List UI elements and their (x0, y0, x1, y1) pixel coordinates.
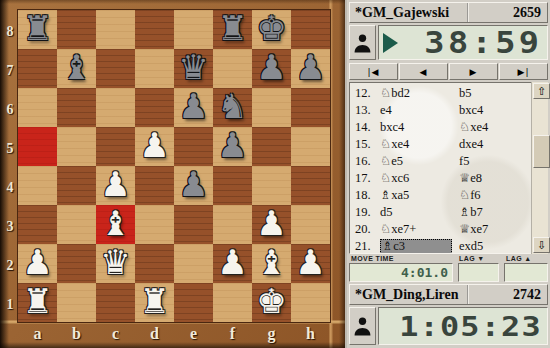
move-white[interactable]: ♘xc6 (380, 170, 459, 187)
move-number: 19. (355, 204, 380, 221)
piece-wp-a2[interactable]: ♟ (18, 242, 57, 281)
square-e8[interactable] (174, 10, 213, 49)
square-a6[interactable] (18, 88, 57, 127)
rank-label-6: 6 (3, 88, 17, 127)
square-h1[interactable] (291, 283, 330, 322)
move-number: 17. (355, 170, 380, 187)
square-c3[interactable]: ♝ (96, 205, 135, 244)
piece-bn-f6[interactable]: ♞ (213, 86, 252, 125)
square-c8[interactable] (96, 10, 135, 49)
chess-app-window: 87654321 abcdefgh ♜♜♚♝♛♟♟♟♞♟♟♟♟♝♟♟♛♟♝♟♜♜… (0, 0, 550, 348)
piece-wb-c3[interactable]: ♝ (96, 203, 135, 242)
move-row-14: 14.bxc4♘xe4 (355, 119, 547, 136)
side-panel: *GM_Gajewski 2659 38:59 |◀ ◀ ▶ ▶| 12.♘bd… (345, 0, 550, 348)
square-c7[interactable] (96, 49, 135, 88)
square-d6[interactable] (135, 88, 174, 127)
move-time-label: MOVE TIME (351, 255, 394, 262)
scrollbar-thumb[interactable] (533, 135, 550, 168)
lag-receive-label: LAG ▼ (459, 255, 485, 262)
rank-label-8: 8 (3, 10, 17, 49)
status-labels: MOVE TIME LAG ▼ LAG ▲ (351, 255, 550, 262)
piece-bp-e4[interactable]: ♟ (174, 164, 213, 203)
rank-labels: 87654321 (0, 10, 18, 322)
player-name-bottom: *GM_Ding,Liren (350, 285, 467, 304)
move-nav-bar: |◀ ◀ ▶ ▶| (349, 63, 548, 80)
player-rating-bottom: 2742 (467, 285, 547, 304)
square-e5[interactable] (174, 127, 213, 166)
square-f2[interactable]: ♟ (213, 244, 252, 283)
move-row-12: 12.♘bd2b5 (355, 85, 547, 102)
square-e2[interactable] (174, 244, 213, 283)
scroll-up-icon[interactable]: ⇧ (533, 83, 550, 99)
square-e6[interactable]: ♟ (174, 88, 213, 127)
piece-wb-g2[interactable]: ♝ (252, 242, 291, 281)
square-b5[interactable] (57, 127, 96, 166)
square-f5[interactable]: ♟ (213, 127, 252, 166)
file-label-g: g (252, 322, 291, 346)
square-g7[interactable]: ♟ (252, 49, 291, 88)
square-e4[interactable]: ♟ (174, 166, 213, 205)
square-a8[interactable]: ♜ (18, 10, 57, 49)
move-white[interactable]: bxc4 (380, 119, 459, 136)
piece-bp-g7[interactable]: ♟ (252, 47, 291, 86)
move-white[interactable]: ♗xa5 (380, 187, 459, 204)
piece-wr-d1[interactable]: ♜ (135, 281, 174, 320)
nav-prev-button[interactable]: ◀ (399, 63, 448, 80)
move-number: 16. (355, 153, 380, 170)
lag-send-display (504, 263, 548, 282)
piece-br-f8[interactable]: ♜ (213, 8, 252, 47)
move-time-display: 4:01.0 (349, 263, 453, 282)
move-white[interactable]: ♗c3 (380, 238, 459, 254)
piece-bp-f5[interactable]: ♟ (213, 125, 252, 164)
file-label-b: b (57, 322, 96, 346)
move-row-15: 15.♘xe4dxe4 (355, 136, 547, 153)
square-c1[interactable] (96, 283, 135, 322)
move-list-scrollbar[interactable]: ⇧ ⇩ (531, 82, 548, 254)
player-bar-bottom: *GM_Ding,Liren 2742 (349, 284, 548, 305)
file-label-c: c (96, 322, 135, 346)
move-white[interactable]: ♘xe4 (380, 136, 459, 153)
scroll-down-icon[interactable]: ⇩ (533, 237, 550, 253)
square-h4[interactable] (291, 166, 330, 205)
move-list[interactable]: 12.♘bd2b513.e4bxc414.bxc4♘xe415.♘xe4dxe4… (349, 82, 548, 254)
square-b2[interactable] (57, 244, 96, 283)
nav-last-button[interactable]: ▶| (499, 63, 548, 80)
piece-wk-g1[interactable]: ♚ (252, 281, 291, 320)
piece-wp-c4[interactable]: ♟ (96, 164, 135, 203)
square-c5[interactable] (96, 127, 135, 166)
piece-wp-d5[interactable]: ♟ (135, 125, 174, 164)
player-icon-bottom (349, 307, 376, 345)
square-e7[interactable]: ♛ (174, 49, 213, 88)
square-d7[interactable] (135, 49, 174, 88)
square-b1[interactable] (57, 283, 96, 322)
move-number: 13. (355, 102, 380, 119)
rank-label-2: 2 (3, 244, 17, 283)
player-rating-top: 2659 (467, 3, 547, 22)
square-f6[interactable]: ♞ (213, 88, 252, 127)
rank-label-4: 4 (3, 166, 17, 205)
square-g2[interactable]: ♝ (252, 244, 291, 283)
move-row-19: 19.d5♗b7 (355, 204, 547, 221)
clock-time-bottom: 1:05:23 (399, 308, 542, 344)
move-white[interactable]: ♘xe7+ (380, 221, 459, 238)
status-boxes: 4:01.0 (349, 263, 548, 282)
square-g1[interactable]: ♚ (252, 283, 291, 322)
square-h8[interactable] (291, 10, 330, 49)
square-g3[interactable]: ♟ (252, 205, 291, 244)
move-white[interactable]: ♘bd2 (380, 85, 459, 102)
square-b7[interactable]: ♝ (57, 49, 96, 88)
file-label-a: a (18, 322, 57, 346)
clock-row-bottom: 1:05:23 (349, 307, 548, 345)
piece-bb-b7[interactable]: ♝ (57, 47, 96, 86)
move-number: 20. (355, 221, 380, 238)
rank-label-5: 5 (3, 127, 17, 166)
move-white[interactable]: e4 (380, 102, 459, 119)
piece-wq-c2[interactable]: ♛ (96, 242, 135, 281)
square-g4[interactable] (252, 166, 291, 205)
square-b8[interactable] (57, 10, 96, 49)
square-d5[interactable]: ♟ (135, 127, 174, 166)
move-number: 15. (355, 136, 380, 153)
square-f1[interactable] (213, 283, 252, 322)
square-h5[interactable] (291, 127, 330, 166)
square-a3[interactable] (18, 205, 57, 244)
square-h7[interactable]: ♟ (291, 49, 330, 88)
piece-wp-g3[interactable]: ♟ (252, 203, 291, 242)
square-a1[interactable]: ♜ (18, 283, 57, 322)
move-number: 21. (355, 238, 380, 254)
rank-label-1: 1 (3, 283, 17, 322)
to-move-indicator-icon (383, 33, 398, 53)
person-icon (353, 32, 372, 54)
person-icon (353, 315, 372, 337)
clock-row-top: 38:59 (349, 25, 548, 60)
move-white[interactable]: ♘e5 (380, 153, 459, 170)
square-d8[interactable] (135, 10, 174, 49)
move-number: 12. (355, 85, 380, 102)
lag-send-label: LAG ▲ (506, 255, 532, 262)
nav-first-button[interactable]: |◀ (349, 63, 398, 80)
square-c4[interactable]: ♟ (96, 166, 135, 205)
file-label-f: f (213, 322, 252, 346)
square-h2[interactable]: ♟ (291, 244, 330, 283)
piece-bp-h7[interactable]: ♟ (291, 47, 330, 86)
square-a5[interactable] (18, 127, 57, 166)
piece-br-a8[interactable]: ♜ (18, 8, 57, 47)
move-row-16: 16.♘e5f5 (355, 153, 547, 170)
rank-label-3: 3 (3, 205, 17, 244)
nav-next-button[interactable]: ▶ (449, 63, 498, 80)
piece-wp-h2[interactable]: ♟ (291, 242, 330, 281)
square-f7[interactable] (213, 49, 252, 88)
file-label-h: h (291, 322, 330, 346)
square-f3[interactable] (213, 205, 252, 244)
clock-display-bottom: 1:05:23 (378, 307, 548, 345)
move-row-21: 21.♗c3exd5 (355, 238, 547, 254)
move-white[interactable]: d5 (380, 204, 459, 221)
square-d3[interactable] (135, 205, 174, 244)
player-icon-top (349, 25, 376, 60)
square-d4[interactable] (135, 166, 174, 205)
square-b4[interactable] (57, 166, 96, 205)
player-name-top: *GM_Gajewski (350, 3, 467, 22)
chess-board[interactable]: ♜♜♚♝♛♟♟♟♞♟♟♟♟♝♟♟♛♟♝♟♜♜♚ (18, 10, 330, 322)
square-f4[interactable] (213, 166, 252, 205)
piece-wr-a1[interactable]: ♜ (18, 281, 57, 320)
piece-bk-g8[interactable]: ♚ (252, 8, 291, 47)
lag-receive-display (458, 263, 499, 282)
square-b3[interactable] (57, 205, 96, 244)
square-h3[interactable] (291, 205, 330, 244)
square-d2[interactable] (135, 244, 174, 283)
file-labels: abcdefgh (18, 322, 330, 346)
square-g6[interactable] (252, 88, 291, 127)
square-b6[interactable] (57, 88, 96, 127)
file-label-d: d (135, 322, 174, 346)
square-h6[interactable] (291, 88, 330, 127)
piece-wp-f2[interactable]: ♟ (213, 242, 252, 281)
chess-board-frame: 87654321 abcdefgh ♜♜♚♝♛♟♟♟♞♟♟♟♟♝♟♟♛♟♝♟♜♜… (0, 0, 345, 348)
square-g8[interactable]: ♚ (252, 10, 291, 49)
piece-bp-e6[interactable]: ♟ (174, 86, 213, 125)
square-a7[interactable] (18, 49, 57, 88)
move-number: 18. (355, 187, 380, 204)
move-row-13: 13.e4bxc4 (355, 102, 547, 119)
square-c6[interactable] (96, 88, 135, 127)
move-row-18: 18.♗xa5♘f6 (355, 187, 547, 204)
player-bar-top: *GM_Gajewski 2659 (349, 2, 548, 23)
clock-time-top: 38:59 (424, 26, 542, 59)
square-d1[interactable]: ♜ (135, 283, 174, 322)
move-number: 14. (355, 119, 380, 136)
square-c2[interactable]: ♛ (96, 244, 135, 283)
square-a4[interactable] (18, 166, 57, 205)
file-label-e: e (174, 322, 213, 346)
square-e3[interactable] (174, 205, 213, 244)
rank-label-7: 7 (3, 49, 17, 88)
square-f8[interactable]: ♜ (213, 10, 252, 49)
move-row-17: 17.♘xc6♕e8 (355, 170, 547, 187)
clock-display-top: 38:59 (378, 25, 548, 60)
move-row-20: 20.♘xe7+♕xe7 (355, 221, 547, 238)
square-g5[interactable] (252, 127, 291, 166)
square-a2[interactable]: ♟ (18, 244, 57, 283)
piece-bq-e7[interactable]: ♛ (174, 47, 213, 86)
square-e1[interactable] (174, 283, 213, 322)
selected-move[interactable]: ♗c3 (380, 239, 452, 254)
